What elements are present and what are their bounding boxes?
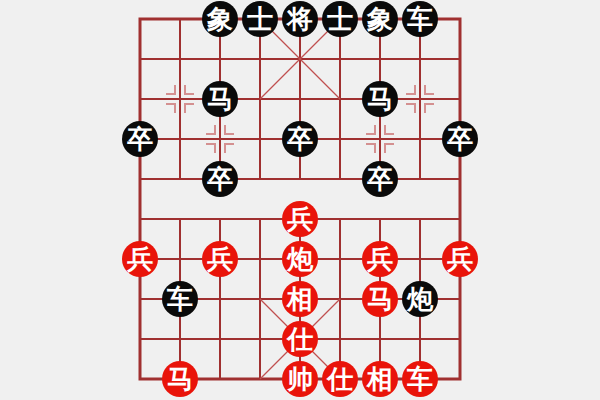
piece-black-advisor[interactable]: 士 bbox=[242, 1, 278, 37]
piece-black-cannon[interactable]: 炮 bbox=[402, 281, 438, 317]
piece-black-soldier[interactable]: 卒 bbox=[122, 121, 158, 157]
piece-red-soldier[interactable]: 兵 bbox=[442, 241, 478, 277]
piece-red-soldier[interactable]: 兵 bbox=[202, 241, 238, 277]
piece-black-horse[interactable]: 马 bbox=[362, 81, 398, 117]
piece-red-soldier[interactable]: 兵 bbox=[362, 241, 398, 277]
piece-red-elephant[interactable]: 相 bbox=[282, 281, 318, 317]
piece-black-soldier[interactable]: 卒 bbox=[362, 161, 398, 197]
xiangqi-app: 象士将士象车马马卒卒卒卒卒兵兵兵炮兵兵车相马炮仕马帅仕相车 bbox=[0, 0, 600, 400]
piece-black-chariot[interactable]: 车 bbox=[402, 1, 438, 37]
piece-black-soldier[interactable]: 卒 bbox=[442, 121, 478, 157]
piece-black-advisor[interactable]: 士 bbox=[322, 1, 358, 37]
piece-red-chariot[interactable]: 车 bbox=[402, 361, 438, 397]
xiangqi-board[interactable]: 象士将士象车马马卒卒卒卒卒兵兵兵炮兵兵车相马炮仕马帅仕相车 bbox=[0, 0, 600, 400]
piece-red-cannon[interactable]: 炮 bbox=[282, 241, 318, 277]
piece-red-general[interactable]: 帅 bbox=[282, 361, 318, 397]
piece-black-elephant[interactable]: 象 bbox=[202, 1, 238, 37]
piece-red-soldier[interactable]: 兵 bbox=[122, 241, 158, 277]
piece-black-horse[interactable]: 马 bbox=[202, 81, 238, 117]
piece-black-soldier[interactable]: 卒 bbox=[202, 161, 238, 197]
piece-red-advisor[interactable]: 仕 bbox=[282, 321, 318, 357]
piece-red-horse[interactable]: 马 bbox=[162, 361, 198, 397]
piece-red-horse[interactable]: 马 bbox=[362, 281, 398, 317]
piece-black-chariot[interactable]: 车 bbox=[162, 281, 198, 317]
piece-black-general[interactable]: 将 bbox=[282, 1, 318, 37]
piece-black-elephant[interactable]: 象 bbox=[362, 1, 398, 37]
piece-black-soldier[interactable]: 卒 bbox=[282, 121, 318, 157]
piece-red-elephant[interactable]: 相 bbox=[362, 361, 398, 397]
piece-red-advisor[interactable]: 仕 bbox=[322, 361, 358, 397]
piece-red-soldier[interactable]: 兵 bbox=[282, 201, 318, 237]
